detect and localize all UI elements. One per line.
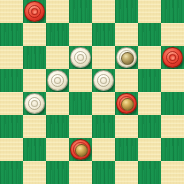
square-r3c5 xyxy=(115,69,138,92)
square-r6c3[interactable] xyxy=(69,138,92,161)
square-r4c2 xyxy=(46,92,69,115)
square-r0c1[interactable] xyxy=(23,0,46,23)
square-r2c5[interactable] xyxy=(115,46,138,69)
red-king-piece[interactable] xyxy=(116,93,137,114)
square-r2c6 xyxy=(138,46,161,69)
square-r6c7[interactable] xyxy=(161,138,184,161)
square-r7c4[interactable] xyxy=(92,161,115,184)
square-r1c0[interactable] xyxy=(0,23,23,46)
square-r2c4 xyxy=(92,46,115,69)
square-r1c6[interactable] xyxy=(138,23,161,46)
square-r4c7[interactable] xyxy=(161,92,184,115)
square-r3c1 xyxy=(23,69,46,92)
square-r3c4[interactable] xyxy=(92,69,115,92)
square-r2c0 xyxy=(0,46,23,69)
square-r7c7 xyxy=(161,161,184,184)
square-r4c4 xyxy=(92,92,115,115)
square-r3c2[interactable] xyxy=(46,69,69,92)
red-man-piece[interactable] xyxy=(162,47,183,68)
square-r0c5[interactable] xyxy=(115,0,138,23)
square-r6c4 xyxy=(92,138,115,161)
square-r5c1 xyxy=(23,115,46,138)
square-r5c4[interactable] xyxy=(92,115,115,138)
square-r7c0[interactable] xyxy=(0,161,23,184)
square-r0c0 xyxy=(0,0,23,23)
square-r3c6[interactable] xyxy=(138,69,161,92)
square-r4c0 xyxy=(0,92,23,115)
square-r5c7 xyxy=(161,115,184,138)
square-r5c0[interactable] xyxy=(0,115,23,138)
red-man-piece[interactable] xyxy=(24,1,45,22)
square-r7c5 xyxy=(115,161,138,184)
square-r2c7[interactable] xyxy=(161,46,184,69)
square-r0c2 xyxy=(46,0,69,23)
square-r6c0 xyxy=(0,138,23,161)
square-r1c1 xyxy=(23,23,46,46)
square-r6c2 xyxy=(46,138,69,161)
square-r0c4 xyxy=(92,0,115,23)
checkers-board xyxy=(0,0,184,184)
square-r1c4[interactable] xyxy=(92,23,115,46)
square-r1c5 xyxy=(115,23,138,46)
square-r6c6 xyxy=(138,138,161,161)
square-r6c1[interactable] xyxy=(23,138,46,161)
square-r0c3[interactable] xyxy=(69,0,92,23)
square-r0c6 xyxy=(138,0,161,23)
square-r2c3[interactable] xyxy=(69,46,92,69)
square-r0c7[interactable] xyxy=(161,0,184,23)
square-r7c1 xyxy=(23,161,46,184)
square-r7c3 xyxy=(69,161,92,184)
square-r7c2[interactable] xyxy=(46,161,69,184)
white-king-piece[interactable] xyxy=(116,47,137,68)
square-r2c2 xyxy=(46,46,69,69)
square-r3c7 xyxy=(161,69,184,92)
square-r5c2[interactable] xyxy=(46,115,69,138)
square-r1c7 xyxy=(161,23,184,46)
white-man-piece[interactable] xyxy=(93,70,114,91)
square-r5c5 xyxy=(115,115,138,138)
white-man-piece[interactable] xyxy=(24,93,45,114)
square-r5c3 xyxy=(69,115,92,138)
square-r4c5[interactable] xyxy=(115,92,138,115)
square-r1c3 xyxy=(69,23,92,46)
red-king-piece[interactable] xyxy=(70,139,91,160)
square-r7c6[interactable] xyxy=(138,161,161,184)
square-r3c3 xyxy=(69,69,92,92)
white-man-piece[interactable] xyxy=(47,70,68,91)
square-r2c1[interactable] xyxy=(23,46,46,69)
square-r4c6 xyxy=(138,92,161,115)
square-r3c0[interactable] xyxy=(0,69,23,92)
square-r4c3[interactable] xyxy=(69,92,92,115)
square-r5c6[interactable] xyxy=(138,115,161,138)
square-r6c5[interactable] xyxy=(115,138,138,161)
square-r4c1[interactable] xyxy=(23,92,46,115)
square-r1c2[interactable] xyxy=(46,23,69,46)
white-man-piece[interactable] xyxy=(70,47,91,68)
